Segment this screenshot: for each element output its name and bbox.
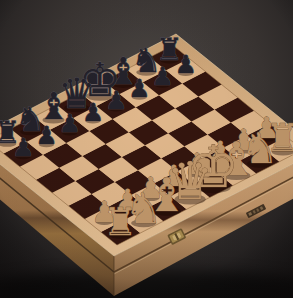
black-pawn-piece: ♟ (151, 62, 173, 91)
black-pawn-piece: ♟ (105, 86, 127, 115)
black-pawn-piece: ♟ (58, 109, 80, 138)
black-pawn-piece: ♟ (82, 98, 104, 127)
black-pawn-piece: ♟ (12, 133, 34, 162)
black-pawn-piece: ♟ (128, 74, 150, 103)
black-pawn-piece: ♟ (174, 50, 196, 79)
black-pawn-piece: ♟ (35, 121, 57, 150)
chess-box-photo: ♜♞♟♝♟♚♟♛♟♝♟♞♟♟♜♟♟♜♟♟♞♟♝♟♚♟♛♟♝♟♞♜ (0, 0, 293, 298)
white-rook-piece: ♜ (103, 200, 137, 244)
photo-stage: ♜♞♟♝♟♚♟♛♟♝♟♞♟♟♜♟♟♜♟♟♞♟♝♟♚♟♛♟♝♟♞♜ (0, 0, 293, 298)
